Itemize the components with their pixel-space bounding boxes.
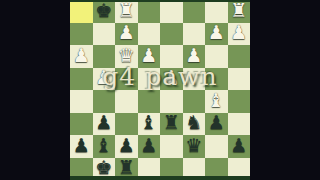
piece-white-bishop: ♝ [208,91,225,110]
piece-black-queen: ♛ [185,136,202,155]
square-g7[interactable]: ♟ [205,23,228,46]
piece-white-pawn: ♟ [163,68,180,87]
piece-white-rook: ♜ [230,1,247,20]
square-h5[interactable] [228,68,251,91]
square-e8[interactable] [160,0,183,23]
square-e2[interactable] [160,135,183,158]
square-e7[interactable] [160,23,183,46]
piece-white-pawn: ♟ [140,46,157,65]
piece-white-rook: ♜ [118,1,135,20]
square-e4[interactable] [160,90,183,113]
square-a8[interactable] [70,0,93,23]
piece-black-bishop: ♝ [140,113,157,132]
square-g2[interactable] [205,135,228,158]
piece-black-bishop: ♝ [95,136,112,155]
frame-strip-bottom [70,176,250,180]
piece-white-pawn: ♟ [95,68,112,87]
square-h4[interactable] [228,90,251,113]
piece-black-pawn: ♟ [230,136,247,155]
square-d3[interactable]: ♝ [138,113,161,136]
square-a3[interactable] [70,113,93,136]
square-e5[interactable]: ♟ [160,68,183,91]
square-b5[interactable]: ♟ [93,68,116,91]
square-h7[interactable]: ♟ [228,23,251,46]
square-a5[interactable] [70,68,93,91]
square-f3[interactable]: ♞ [183,113,206,136]
piece-black-pawn: ♟ [118,136,135,155]
square-c6[interactable]: ♛ [115,45,138,68]
square-f8[interactable] [183,0,206,23]
square-e3[interactable]: ♜ [160,113,183,136]
square-h8[interactable]: ♜ [228,0,251,23]
piece-black-rook: ♜ [163,113,180,132]
square-e6[interactable] [160,45,183,68]
square-d2[interactable]: ♟ [138,135,161,158]
square-c2[interactable]: ♟ [115,135,138,158]
square-a6[interactable]: ♟ [70,45,93,68]
square-f7[interactable] [183,23,206,46]
square-f5[interactable] [183,68,206,91]
piece-white-pawn: ♟ [208,23,225,42]
square-c4[interactable] [115,90,138,113]
piece-black-pawn: ♟ [208,113,225,132]
square-c7[interactable]: ♟ [115,23,138,46]
piece-black-pawn: ♟ [95,113,112,132]
square-f4[interactable] [183,90,206,113]
square-h3[interactable] [228,113,251,136]
screenshot-root: ♚♜♜♟♟♟♟♛♟♟♟♟♝♟♝♜♞♟♟♝♟♟♛♟♚♜ g4 pawn [0,0,320,180]
square-h6[interactable] [228,45,251,68]
square-a2[interactable]: ♟ [70,135,93,158]
piece-white-pawn: ♟ [230,23,247,42]
square-f6[interactable]: ♟ [183,45,206,68]
frame-strip-top [70,0,250,2]
piece-black-knight: ♞ [185,113,202,132]
square-f2[interactable]: ♛ [183,135,206,158]
piece-black-pawn: ♟ [140,136,157,155]
square-d4[interactable] [138,90,161,113]
piece-white-queen: ♛ [118,46,135,65]
square-g3[interactable]: ♟ [205,113,228,136]
square-a7[interactable] [70,23,93,46]
square-d6[interactable]: ♟ [138,45,161,68]
square-g4[interactable]: ♝ [205,90,228,113]
square-g8[interactable] [205,0,228,23]
piece-white-pawn: ♟ [118,23,135,42]
square-d8[interactable] [138,0,161,23]
square-c5[interactable] [115,68,138,91]
square-c8[interactable]: ♜ [115,0,138,23]
piece-white-pawn: ♟ [185,46,202,65]
square-b3[interactable]: ♟ [93,113,116,136]
square-g6[interactable] [205,45,228,68]
square-b2[interactable]: ♝ [93,135,116,158]
square-c3[interactable] [115,113,138,136]
piece-black-pawn: ♟ [73,136,90,155]
piece-black-king: ♚ [95,158,112,177]
square-a4[interactable] [70,90,93,113]
square-b6[interactable] [93,45,116,68]
chess-board: ♚♜♜♟♟♟♟♛♟♟♟♟♝♟♝♜♞♟♟♝♟♟♛♟♚♜ [70,0,250,180]
square-g5[interactable] [205,68,228,91]
square-d5[interactable] [138,68,161,91]
square-b4[interactable] [93,90,116,113]
piece-white-pawn: ♟ [73,46,90,65]
square-h2[interactable]: ♟ [228,135,251,158]
square-d7[interactable] [138,23,161,46]
piece-black-rook: ♜ [118,158,135,177]
square-b7[interactable] [93,23,116,46]
square-b8[interactable]: ♚ [93,0,116,23]
piece-black-king: ♚ [95,1,112,20]
